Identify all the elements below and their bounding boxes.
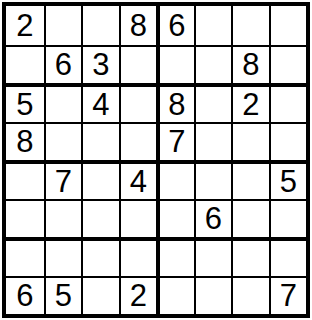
- cell-r8c1-given[interactable]: 6: [6, 276, 44, 315]
- cell-r4c7-empty[interactable]: [231, 122, 269, 161]
- cell-r4c1-given[interactable]: 8: [6, 122, 44, 161]
- cell-r5c8-given[interactable]: 5: [269, 160, 307, 199]
- cell-r2c7-given[interactable]: 8: [231, 45, 269, 84]
- cell-r4c2-empty[interactable]: [44, 122, 82, 161]
- cell-r5c3-empty[interactable]: [81, 160, 119, 199]
- cell-r8c4-given[interactable]: 2: [119, 276, 157, 315]
- cell-r7c4-empty[interactable]: [119, 237, 157, 276]
- sudoku-board: 28663854828774566527: [2, 2, 310, 318]
- cell-r1c4-given[interactable]: 8: [119, 6, 157, 45]
- cell-r3c5-given[interactable]: 8: [156, 83, 194, 122]
- cell-r5c6-empty[interactable]: [194, 160, 232, 199]
- cell-r5c2-given[interactable]: 7: [44, 160, 82, 199]
- cell-r6c2-empty[interactable]: [44, 199, 82, 238]
- cell-r8c5-empty[interactable]: [156, 276, 194, 315]
- cell-r2c8-empty[interactable]: [269, 45, 307, 84]
- cell-r4c8-empty[interactable]: [269, 122, 307, 161]
- cell-r5c1-empty[interactable]: [6, 160, 44, 199]
- cell-r4c5-given[interactable]: 7: [156, 122, 194, 161]
- cell-r3c3-given[interactable]: 4: [81, 83, 119, 122]
- cell-r7c5-empty[interactable]: [156, 237, 194, 276]
- cell-r7c2-empty[interactable]: [44, 237, 82, 276]
- cell-r2c2-given[interactable]: 6: [44, 45, 82, 84]
- cell-r6c4-empty[interactable]: [119, 199, 157, 238]
- cell-r8c7-empty[interactable]: [231, 276, 269, 315]
- cell-r7c7-empty[interactable]: [231, 237, 269, 276]
- cell-r6c3-empty[interactable]: [81, 199, 119, 238]
- cell-r1c5-given[interactable]: 6: [156, 6, 194, 45]
- cell-r3c2-empty[interactable]: [44, 83, 82, 122]
- cell-r1c2-empty[interactable]: [44, 6, 82, 45]
- cell-r7c8-empty[interactable]: [269, 237, 307, 276]
- cell-r3c7-given[interactable]: 2: [231, 83, 269, 122]
- cell-r8c3-empty[interactable]: [81, 276, 119, 315]
- cell-r4c4-empty[interactable]: [119, 122, 157, 161]
- sudoku-page: 28663854828774566527: [0, 0, 312, 320]
- cell-r6c6-given[interactable]: 6: [194, 199, 232, 238]
- cell-r3c8-empty[interactable]: [269, 83, 307, 122]
- cell-r6c5-empty[interactable]: [156, 199, 194, 238]
- cell-r1c8-empty[interactable]: [269, 6, 307, 45]
- cell-r8c6-empty[interactable]: [194, 276, 232, 315]
- cell-r2c5-empty[interactable]: [156, 45, 194, 84]
- cell-r3c1-given[interactable]: 5: [6, 83, 44, 122]
- cell-r6c8-empty[interactable]: [269, 199, 307, 238]
- cell-r8c8-given[interactable]: 7: [269, 276, 307, 315]
- cell-r6c1-empty[interactable]: [6, 199, 44, 238]
- cell-r3c6-empty[interactable]: [194, 83, 232, 122]
- cell-r4c6-empty[interactable]: [194, 122, 232, 161]
- cell-r2c3-given[interactable]: 3: [81, 45, 119, 84]
- cell-r5c7-empty[interactable]: [231, 160, 269, 199]
- cell-r1c6-empty[interactable]: [194, 6, 232, 45]
- cell-r7c6-empty[interactable]: [194, 237, 232, 276]
- cell-r8c2-given[interactable]: 5: [44, 276, 82, 315]
- cell-r7c1-empty[interactable]: [6, 237, 44, 276]
- cell-r4c3-empty[interactable]: [81, 122, 119, 161]
- cell-r2c6-empty[interactable]: [194, 45, 232, 84]
- cell-r6c7-empty[interactable]: [231, 199, 269, 238]
- cell-r3c4-empty[interactable]: [119, 83, 157, 122]
- cell-r1c3-empty[interactable]: [81, 6, 119, 45]
- cell-r5c5-empty[interactable]: [156, 160, 194, 199]
- cell-r1c7-empty[interactable]: [231, 6, 269, 45]
- cell-r7c3-empty[interactable]: [81, 237, 119, 276]
- cell-r2c1-empty[interactable]: [6, 45, 44, 84]
- cell-r5c4-given[interactable]: 4: [119, 160, 157, 199]
- cell-r1c1-given[interactable]: 2: [6, 6, 44, 45]
- cell-r2c4-empty[interactable]: [119, 45, 157, 84]
